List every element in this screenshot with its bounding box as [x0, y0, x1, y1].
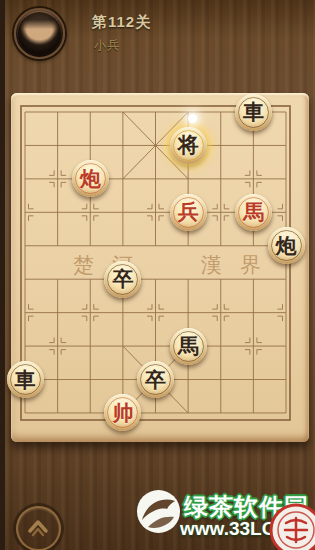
piece-black-horse[interactable]: 馬	[170, 328, 207, 365]
piece-character: 帅	[112, 399, 133, 427]
piece-red-soldier[interactable]: 兵	[170, 194, 207, 231]
piece-black-chariot[interactable]: 車	[235, 94, 272, 131]
piece-character: 卒	[145, 366, 166, 394]
player-avatar[interactable]	[14, 8, 65, 59]
piece-black-chariot[interactable]: 車	[7, 361, 44, 398]
piece-black-general[interactable]: 将	[170, 127, 207, 164]
avatar-portrait	[18, 12, 61, 55]
piece-character: 馬	[178, 332, 199, 360]
piece-character: 炮	[276, 232, 297, 260]
piece-red-horse[interactable]: 馬	[235, 194, 272, 231]
game-screen: 第112关 小兵 楚河 漢界 車将炮兵馬炮卒馬車卒帅 绿茶软件园 www.33L…	[5, 0, 315, 550]
piece-character: 車	[15, 366, 36, 394]
piece-character: 炮	[80, 165, 101, 193]
piece-character: 将	[178, 131, 199, 159]
piece-character: 馬	[243, 198, 264, 226]
chevron-up-icon	[26, 517, 50, 539]
piece-black-soldier[interactable]: 卒	[104, 261, 141, 298]
piece-red-cannon[interactable]: 炮	[72, 160, 109, 197]
board[interactable]: 楚河 漢界 車将炮兵馬炮卒馬車卒帅	[11, 93, 309, 442]
piece-black-soldier[interactable]: 卒	[137, 361, 174, 398]
piece-character: 車	[243, 98, 264, 126]
expand-toolbar-button[interactable]	[16, 506, 61, 550]
leaf-logo-icon	[136, 489, 181, 534]
level-label: 第112关	[92, 13, 151, 32]
piece-character: 兵	[178, 198, 199, 226]
rank-label: 小兵	[94, 37, 120, 54]
river-label-right: 漢界	[201, 251, 279, 279]
piece-black-cannon[interactable]: 炮	[268, 227, 305, 264]
piece-character: 卒	[112, 265, 133, 293]
last-move-marker	[188, 114, 197, 123]
seal-icon	[269, 503, 315, 550]
